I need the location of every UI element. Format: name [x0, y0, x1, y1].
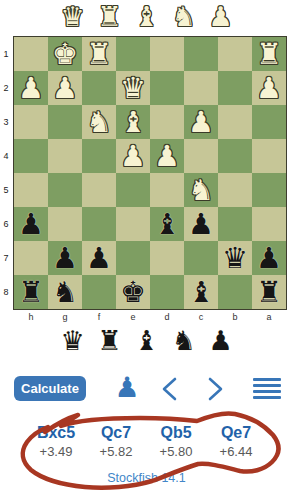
square-h8[interactable]: ♜: [14, 275, 48, 309]
square-a1[interactable]: ♜: [252, 37, 286, 71]
engine-move-Qc7[interactable]: Qc7+5.82: [86, 424, 146, 459]
piece-black-knight: ♞: [52, 275, 78, 309]
square-e2[interactable]: ♛: [116, 71, 150, 105]
square-h4[interactable]: [14, 139, 48, 173]
tray-piece-black-pawn[interactable]: ♟: [207, 325, 235, 357]
square-h5[interactable]: [14, 173, 48, 207]
square-d2[interactable]: [150, 71, 184, 105]
tray-piece-white-bishop[interactable]: ♝: [133, 1, 161, 33]
square-b4[interactable]: [218, 139, 252, 173]
engine-move-Bxc5[interactable]: Bxc5+3.49: [26, 424, 86, 459]
square-b8[interactable]: [218, 275, 252, 309]
rank-label-5: 5: [0, 173, 12, 207]
square-h7[interactable]: [14, 241, 48, 275]
square-b6[interactable]: [218, 207, 252, 241]
square-c7[interactable]: [184, 241, 218, 275]
square-a2[interactable]: ♟: [252, 71, 286, 105]
move-eval: +6.44: [206, 444, 266, 459]
square-d5[interactable]: [150, 173, 184, 207]
square-e3[interactable]: ♝: [116, 105, 150, 139]
rank-label-8: 8: [0, 275, 12, 309]
engine-move-Qb5[interactable]: Qb5+5.80: [146, 424, 206, 459]
square-f3[interactable]: ♞: [82, 105, 116, 139]
piece-black-pawn: ♟: [188, 207, 214, 241]
file-label-b: b: [218, 312, 252, 322]
piece-black-pawn: ♟: [52, 241, 78, 275]
square-g1[interactable]: ♚: [48, 37, 82, 71]
file-label-g: g: [48, 312, 82, 322]
square-e7[interactable]: [116, 241, 150, 275]
piece-white-pawn: ♟: [188, 105, 214, 139]
piece-black-bishop: ♝: [188, 275, 214, 309]
tray-piece-black-queen[interactable]: ♛: [59, 325, 87, 357]
move-san: Qc7: [86, 424, 146, 442]
square-f7[interactable]: ♟: [82, 241, 116, 275]
square-g5[interactable]: [48, 173, 82, 207]
square-e8[interactable]: ♚: [116, 275, 150, 309]
side-to-move-pawn-icon[interactable]: ♟: [113, 372, 141, 404]
move-eval: +3.49: [26, 444, 86, 459]
piece-white-queen: ♛: [120, 71, 146, 105]
tray-piece-black-knight[interactable]: ♞: [170, 325, 198, 357]
square-a4[interactable]: [252, 139, 286, 173]
square-e6[interactable]: [116, 207, 150, 241]
rank-label-7: 7: [0, 241, 12, 275]
engine-name-label: Stockfish 14.1: [0, 471, 293, 485]
piece-white-pawn: ♟: [154, 139, 180, 173]
square-c2[interactable]: [184, 71, 218, 105]
toolbar: Calculate ♟: [0, 375, 293, 405]
move-eval: +5.82: [86, 444, 146, 459]
square-g8[interactable]: ♞: [48, 275, 82, 309]
piece-black-pawn: ♟: [256, 241, 282, 275]
square-d3[interactable]: [150, 105, 184, 139]
file-label-f: f: [82, 312, 116, 322]
black-piece-tray: ♛♜♝♞♟: [0, 325, 293, 357]
next-icon[interactable]: [203, 376, 227, 402]
piece-white-pawn: ♟: [256, 71, 282, 105]
rank-label-6: 6: [0, 207, 12, 241]
square-b5[interactable]: [218, 173, 252, 207]
tray-piece-white-knight[interactable]: ♞: [170, 1, 198, 33]
engine-moves-row: Bxc5+3.49Qc7+5.82Qb5+5.80Qe7+6.44: [26, 424, 266, 459]
calculate-button[interactable]: Calculate: [14, 376, 86, 401]
square-b2[interactable]: [218, 71, 252, 105]
piece-black-queen: ♛: [222, 241, 248, 275]
tray-piece-white-queen[interactable]: ♛: [59, 1, 87, 33]
square-d4[interactable]: ♟: [150, 139, 184, 173]
piece-black-bishop: ♝: [154, 207, 180, 241]
square-d6[interactable]: ♝: [150, 207, 184, 241]
white-piece-tray: ♛♜♝♞♟: [0, 1, 293, 33]
square-a3[interactable]: [252, 105, 286, 139]
piece-white-rook: ♜: [86, 37, 112, 71]
square-g3[interactable]: [48, 105, 82, 139]
piece-black-king: ♚: [120, 275, 146, 309]
square-c8[interactable]: ♝: [184, 275, 218, 309]
piece-white-knight: ♞: [188, 173, 214, 207]
piece-black-pawn: ♟: [86, 241, 112, 275]
tray-piece-white-rook[interactable]: ♜: [96, 1, 124, 33]
file-labels: hgfedcba: [14, 312, 286, 322]
rank-label-4: 4: [0, 139, 12, 173]
move-eval: +5.80: [146, 444, 206, 459]
square-f5[interactable]: [82, 173, 116, 207]
piece-white-king: ♚: [52, 37, 78, 71]
previous-icon[interactable]: [158, 376, 182, 402]
piece-white-pawn: ♟: [120, 139, 146, 173]
engine-move-Qe7[interactable]: Qe7+6.44: [206, 424, 266, 459]
file-label-a: a: [252, 312, 286, 322]
square-f6[interactable]: [82, 207, 116, 241]
square-b7[interactable]: ♛: [218, 241, 252, 275]
square-e5[interactable]: [116, 173, 150, 207]
piece-black-pawn: ♟: [18, 207, 44, 241]
tray-piece-white-pawn[interactable]: ♟: [207, 1, 235, 33]
square-g7[interactable]: ♟: [48, 241, 82, 275]
square-f2[interactable]: [82, 71, 116, 105]
rank-label-3: 3: [0, 105, 12, 139]
square-b1[interactable]: [218, 37, 252, 71]
tray-piece-black-rook[interactable]: ♜: [96, 325, 124, 357]
file-label-e: e: [116, 312, 150, 322]
square-g6[interactable]: [48, 207, 82, 241]
square-c3[interactable]: ♟: [184, 105, 218, 139]
move-san: Qe7: [206, 424, 266, 442]
chess-board: ♚♜♜♟♟♛♟♞♝♟♟♟♞♟♝♟♟♟♛♟♜♞♚♝♜: [13, 36, 287, 310]
square-h2[interactable]: ♟: [14, 71, 48, 105]
square-d1[interactable]: [150, 37, 184, 71]
piece-white-rook: ♜: [256, 37, 282, 71]
square-h1[interactable]: [14, 37, 48, 71]
menu-icon[interactable]: [253, 378, 281, 402]
square-b3[interactable]: [218, 105, 252, 139]
piece-white-knight: ♞: [86, 105, 112, 139]
square-c5[interactable]: ♞: [184, 173, 218, 207]
square-h6[interactable]: ♟: [14, 207, 48, 241]
move-san: Bxc5: [26, 424, 86, 442]
square-c4[interactable]: [184, 139, 218, 173]
square-f4[interactable]: [82, 139, 116, 173]
square-h3[interactable]: [14, 105, 48, 139]
square-g4[interactable]: [48, 139, 82, 173]
square-f8[interactable]: [82, 275, 116, 309]
file-label-c: c: [184, 312, 218, 322]
square-a8[interactable]: ♜: [252, 275, 286, 309]
square-e4[interactable]: ♟: [116, 139, 150, 173]
piece-black-rook: ♜: [256, 275, 282, 309]
file-label-d: d: [150, 312, 184, 322]
move-san: Qb5: [146, 424, 206, 442]
square-d8[interactable]: [150, 275, 184, 309]
square-a6[interactable]: [252, 207, 286, 241]
square-e1[interactable]: [116, 37, 150, 71]
square-a5[interactable]: [252, 173, 286, 207]
rank-labels: 12345678: [0, 37, 12, 309]
rank-label-2: 2: [0, 71, 12, 105]
chess-scanner-app: ♛♜♝♞♟ 12345678 ♚♜♜♟♟♛♟♞♝♟♟♟♞♟♝♟♟♟♛♟♜♞♚♝♜…: [0, 0, 293, 500]
piece-white-pawn: ♟: [52, 71, 78, 105]
square-c6[interactable]: ♟: [184, 207, 218, 241]
square-d7[interactable]: [150, 241, 184, 275]
file-label-h: h: [14, 312, 48, 322]
piece-white-pawn: ♟: [18, 71, 44, 105]
piece-white-bishop: ♝: [120, 105, 146, 139]
square-c1[interactable]: [184, 37, 218, 71]
piece-black-rook: ♜: [18, 275, 44, 309]
square-a7[interactable]: ♟: [252, 241, 286, 275]
rank-label-1: 1: [0, 37, 12, 71]
square-f1[interactable]: ♜: [82, 37, 116, 71]
tray-piece-black-bishop[interactable]: ♝: [133, 325, 161, 357]
square-g2[interactable]: ♟: [48, 71, 82, 105]
